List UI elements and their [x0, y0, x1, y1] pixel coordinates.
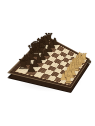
product-photo: ♜♞♝♛♚♝♞♜♟♟♟♟♟♟♟♟♟♟♟♟♟♟♟♟♜♞♝♛♚♝♞♜ [0, 0, 95, 126]
